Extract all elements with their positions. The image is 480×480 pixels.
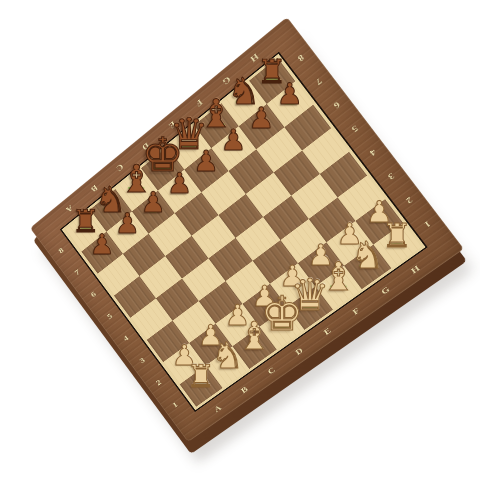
piece-black-pawn-h7[interactable]: ♟ <box>277 81 303 110</box>
coord-file-d-near: D <box>293 345 305 357</box>
piece-white-rook-a1[interactable]: ♜ <box>187 361 215 393</box>
piece-black-pawn-c7[interactable]: ♟ <box>140 190 165 218</box>
coord-file-f-near: F <box>350 305 361 317</box>
coord-rank-4-left: 4 <box>121 333 130 343</box>
coord-rank-7-left: 7 <box>73 267 82 277</box>
piece-black-pawn-b7[interactable]: ♟ <box>115 210 140 238</box>
coord-rank-5-right: 5 <box>350 123 360 134</box>
piece-black-pawn-d7[interactable]: ♟ <box>167 169 193 198</box>
piece-white-rook-h1[interactable]: ♜ <box>382 219 412 252</box>
piece-black-pawn-a7[interactable]: ♟ <box>89 230 114 258</box>
coord-file-h-near: H <box>409 263 422 276</box>
piece-black-pawn-e7[interactable]: ♟ <box>193 147 219 176</box>
coord-rank-8-left: 8 <box>56 245 65 255</box>
coord-rank-2-right: 2 <box>404 194 415 205</box>
piece-white-knight-b1[interactable]: ♞ <box>211 339 243 375</box>
chessboard-photo-scene: AA88BB77CC66DD55EE44FF33GG22HH11 ♜♞♝♚♛♝♞… <box>0 0 480 480</box>
coord-rank-2-left: 2 <box>154 377 163 387</box>
coord-rank-1-left: 1 <box>170 400 179 410</box>
coord-rank-3-left: 3 <box>138 355 147 365</box>
coord-rank-5-left: 5 <box>105 311 114 321</box>
piece-black-pawn-f7[interactable]: ♟ <box>221 126 247 155</box>
coord-rank-4-right: 4 <box>368 147 379 158</box>
coord-file-g-near: G <box>379 284 392 297</box>
coord-file-c-near: C <box>266 365 278 377</box>
coord-rank-3-right: 3 <box>386 171 397 182</box>
coord-rank-6-left: 6 <box>89 289 98 299</box>
coord-file-a-near: A <box>212 403 223 415</box>
coord-rank-1-right: 1 <box>422 218 433 229</box>
coord-file-e-near: E <box>322 326 333 338</box>
coord-rank-6-right: 6 <box>332 99 342 110</box>
coord-file-b-near: B <box>239 384 250 395</box>
coord-rank-8-right: 8 <box>296 52 306 63</box>
piece-black-pawn-g7[interactable]: ♟ <box>248 103 274 132</box>
coord-rank-7-right: 7 <box>314 76 324 87</box>
